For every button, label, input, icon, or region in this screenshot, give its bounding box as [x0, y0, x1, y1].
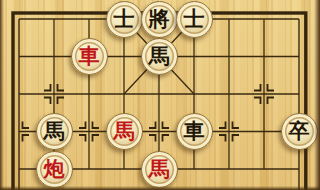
piece-layer: 士將士車馬馬馬車卒炮馬 — [2, 0, 317, 188]
piece-red-horse-center[interactable]: 馬 — [141, 151, 178, 188]
piece-black-chariot[interactable]: 車 — [176, 113, 213, 150]
piece-red-horse-left[interactable]: 馬 — [106, 113, 143, 150]
piece-red-cannon[interactable]: 炮 — [36, 151, 73, 188]
piece-black-general[interactable]: 將 — [141, 1, 178, 38]
piece-glyph: 馬 — [149, 158, 170, 179]
piece-black-horse-left[interactable]: 馬 — [36, 113, 73, 150]
piece-black-horse-palace[interactable]: 馬 — [141, 38, 178, 75]
piece-red-chariot[interactable]: 車 — [71, 38, 108, 75]
xiangqi-board: 士將士車馬馬馬車卒炮馬 — [0, 0, 320, 190]
piece-glyph: 士 — [114, 8, 135, 29]
piece-black-soldier[interactable]: 卒 — [281, 113, 318, 150]
piece-glyph: 炮 — [44, 158, 65, 179]
piece-glyph: 馬 — [114, 120, 135, 141]
piece-glyph: 將 — [149, 8, 170, 29]
piece-glyph: 馬 — [44, 120, 65, 141]
piece-glyph: 卒 — [289, 120, 310, 141]
piece-glyph: 車 — [79, 45, 100, 66]
piece-black-advisor-right[interactable]: 士 — [176, 1, 213, 38]
piece-black-advisor-left[interactable]: 士 — [106, 1, 143, 38]
piece-glyph: 士 — [184, 8, 205, 29]
piece-glyph: 車 — [184, 120, 205, 141]
piece-glyph: 馬 — [149, 45, 170, 66]
